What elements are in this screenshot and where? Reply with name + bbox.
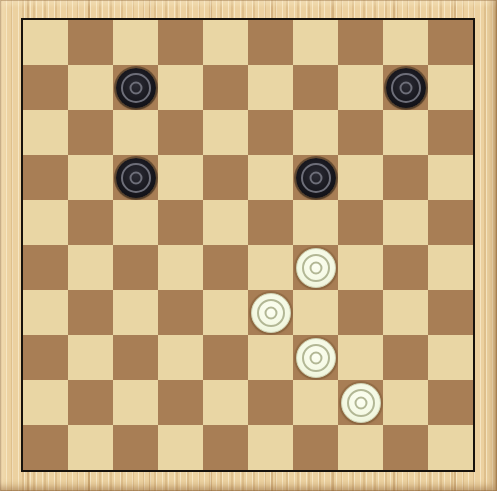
board-square-light[interactable]	[338, 155, 383, 200]
board-square-light[interactable]	[383, 20, 428, 65]
board-square-light[interactable]	[428, 335, 473, 380]
board-square-dark[interactable]	[293, 155, 338, 200]
draughts-board	[21, 18, 475, 472]
board-square-light[interactable]	[248, 425, 293, 470]
board-square-dark[interactable]	[23, 335, 68, 380]
board-square-light[interactable]	[23, 20, 68, 65]
black-man[interactable]	[116, 158, 156, 198]
board-square-light[interactable]	[203, 290, 248, 335]
board-square-light[interactable]	[68, 245, 113, 290]
board-square-dark[interactable]	[158, 200, 203, 245]
board-square-dark[interactable]	[113, 335, 158, 380]
board-square-dark[interactable]	[248, 290, 293, 335]
board-square-light[interactable]	[248, 155, 293, 200]
board-square-dark[interactable]	[293, 65, 338, 110]
board-square-dark[interactable]	[338, 200, 383, 245]
board-square-dark[interactable]	[23, 65, 68, 110]
board-square-light[interactable]	[203, 20, 248, 65]
board-square-dark[interactable]	[203, 155, 248, 200]
board-square-light[interactable]	[158, 155, 203, 200]
board-square-dark[interactable]	[428, 200, 473, 245]
board-square-dark[interactable]	[68, 110, 113, 155]
board-square-dark[interactable]	[23, 245, 68, 290]
board-square-light[interactable]	[68, 155, 113, 200]
piece-center	[309, 171, 322, 184]
board-square-light[interactable]	[203, 380, 248, 425]
board-square-dark[interactable]	[338, 20, 383, 65]
board-square-dark[interactable]	[428, 20, 473, 65]
white-man[interactable]	[296, 248, 336, 288]
board-square-dark[interactable]	[203, 335, 248, 380]
board-square-light[interactable]	[113, 110, 158, 155]
board-square-light[interactable]	[248, 245, 293, 290]
white-man[interactable]	[341, 383, 381, 423]
board-square-light[interactable]	[23, 290, 68, 335]
board-square-light[interactable]	[248, 335, 293, 380]
board-square-dark[interactable]	[68, 200, 113, 245]
board-square-dark[interactable]	[383, 245, 428, 290]
board-square-dark[interactable]	[383, 65, 428, 110]
board-square-dark[interactable]	[113, 155, 158, 200]
piece-center	[129, 171, 142, 184]
board-square-light[interactable]	[338, 425, 383, 470]
board-square-dark[interactable]	[248, 200, 293, 245]
board-square-light[interactable]	[68, 335, 113, 380]
board-square-light[interactable]	[158, 245, 203, 290]
board-square-light[interactable]	[113, 20, 158, 65]
board-square-dark[interactable]	[68, 290, 113, 335]
board-square-dark[interactable]	[338, 110, 383, 155]
board-square-dark[interactable]	[248, 20, 293, 65]
piece-center	[309, 261, 322, 274]
black-man[interactable]	[116, 68, 156, 108]
board-square-light[interactable]	[23, 200, 68, 245]
board-square-dark[interactable]	[248, 110, 293, 155]
board-square-dark[interactable]	[113, 245, 158, 290]
board-square-dark[interactable]	[158, 110, 203, 155]
board-square-light[interactable]	[428, 65, 473, 110]
board-square-light[interactable]	[248, 65, 293, 110]
board-square-light[interactable]	[68, 425, 113, 470]
board-square-light[interactable]	[23, 380, 68, 425]
board-square-dark[interactable]	[383, 155, 428, 200]
board-square-light[interactable]	[23, 110, 68, 155]
board-square-light[interactable]	[383, 380, 428, 425]
board-square-dark[interactable]	[293, 335, 338, 380]
white-man[interactable]	[296, 338, 336, 378]
board-square-light[interactable]	[338, 65, 383, 110]
board-square-dark[interactable]	[113, 425, 158, 470]
board-square-dark[interactable]	[338, 290, 383, 335]
piece-center	[399, 81, 412, 94]
board-square-dark[interactable]	[113, 65, 158, 110]
black-man[interactable]	[386, 68, 426, 108]
board-square-light[interactable]	[113, 380, 158, 425]
board-square-light[interactable]	[428, 425, 473, 470]
board-square-light[interactable]	[383, 200, 428, 245]
piece-center	[354, 396, 367, 409]
white-man[interactable]	[251, 293, 291, 333]
piece-center	[309, 351, 322, 364]
board-square-light[interactable]	[428, 155, 473, 200]
board-square-light[interactable]	[158, 65, 203, 110]
board-square-dark[interactable]	[428, 380, 473, 425]
board-square-dark[interactable]	[68, 20, 113, 65]
board-square-dark[interactable]	[383, 335, 428, 380]
board-square-light[interactable]	[383, 110, 428, 155]
board-square-light[interactable]	[203, 200, 248, 245]
board-square-dark[interactable]	[203, 425, 248, 470]
board-square-light[interactable]	[293, 200, 338, 245]
board-square-dark[interactable]	[383, 425, 428, 470]
board-square-light[interactable]	[338, 335, 383, 380]
board-square-dark[interactable]	[158, 290, 203, 335]
board-square-light[interactable]	[383, 290, 428, 335]
board-square-dark[interactable]	[428, 290, 473, 335]
board-square-dark[interactable]	[293, 245, 338, 290]
board-square-dark[interactable]	[68, 380, 113, 425]
board-square-light[interactable]	[113, 200, 158, 245]
board-square-dark[interactable]	[248, 380, 293, 425]
board-square-dark[interactable]	[203, 245, 248, 290]
board-square-dark[interactable]	[158, 20, 203, 65]
board-square-dark[interactable]	[428, 110, 473, 155]
piece-center	[129, 81, 142, 94]
board-square-light[interactable]	[158, 425, 203, 470]
board-square-light[interactable]	[113, 290, 158, 335]
black-man[interactable]	[296, 158, 336, 198]
piece-center	[264, 306, 277, 319]
board-square-dark[interactable]	[23, 425, 68, 470]
board-square-light[interactable]	[338, 245, 383, 290]
board-square-light[interactable]	[158, 335, 203, 380]
board-square-light[interactable]	[203, 110, 248, 155]
board-square-dark[interactable]	[338, 380, 383, 425]
board-square-light[interactable]	[293, 380, 338, 425]
board-square-dark[interactable]	[23, 155, 68, 200]
board-square-light[interactable]	[293, 290, 338, 335]
board-square-dark[interactable]	[203, 65, 248, 110]
board-square-light[interactable]	[293, 110, 338, 155]
board-square-dark[interactable]	[158, 380, 203, 425]
board-square-light[interactable]	[428, 245, 473, 290]
board-square-light[interactable]	[68, 65, 113, 110]
wooden-board-frame	[0, 0, 497, 491]
board-square-light[interactable]	[293, 20, 338, 65]
board-square-dark[interactable]	[293, 425, 338, 470]
